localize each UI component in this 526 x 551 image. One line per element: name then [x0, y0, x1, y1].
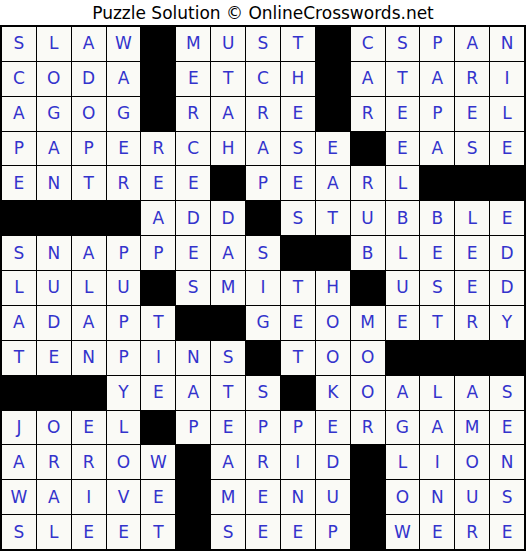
letter-cell-r15c9: E: [281, 515, 315, 549]
letter-cell-r13c3: R: [72, 445, 106, 479]
letter-cell-r10c5: I: [141, 341, 175, 375]
letter-cell-r11c5: E: [141, 376, 175, 410]
letter-cell-r13c10: D: [316, 445, 350, 479]
letter-cell-r9c5: T: [141, 306, 175, 340]
letter-cell-r5c1: E: [2, 166, 36, 200]
letter-cell-r3c1: A: [2, 97, 36, 131]
block-cell-r8c11: [351, 271, 385, 305]
letter-cell-r5c3: T: [72, 166, 106, 200]
block-cell-r15c6: [176, 515, 210, 549]
letter-cell-r3c3: O: [72, 97, 106, 131]
letter-cell-r14c5: E: [141, 480, 175, 514]
letter-cell-r8c2: U: [37, 271, 71, 305]
letter-cell-r15c13: E: [420, 515, 454, 549]
letter-cell-r9c2: D: [37, 306, 71, 340]
letter-cell-r15c2: L: [37, 515, 71, 549]
letter-cell-r4c5: R: [141, 132, 175, 166]
letter-cell-r14c7: M: [211, 480, 245, 514]
letter-cell-r8c9: T: [281, 271, 315, 305]
block-cell-r15c11: [351, 515, 385, 549]
block-cell-r10c12: [386, 341, 420, 375]
letter-cell-r13c4: O: [107, 445, 141, 479]
letter-cell-r10c7: S: [211, 341, 245, 375]
letter-cell-r11c10: K: [316, 376, 350, 410]
letter-cell-r6c12: B: [386, 201, 420, 235]
letter-cell-r5c11: R: [351, 166, 385, 200]
letter-cell-r11c14: A: [455, 376, 489, 410]
block-cell-r10c13: [420, 341, 454, 375]
letter-cell-r2c13: A: [420, 62, 454, 96]
block-cell-r4c11: [351, 132, 385, 166]
letter-cell-r12c13: A: [420, 411, 454, 445]
letter-cell-r10c6: N: [176, 341, 210, 375]
letter-cell-r5c12: L: [386, 166, 420, 200]
letter-cell-r1c8: S: [246, 27, 280, 61]
letter-cell-r8c6: S: [176, 271, 210, 305]
letter-cell-r7c13: E: [420, 236, 454, 270]
letter-cell-r1c3: A: [72, 27, 106, 61]
letter-cell-r13c5: W: [141, 445, 175, 479]
letter-cell-r13c12: L: [386, 445, 420, 479]
letter-cell-r5c6: E: [176, 166, 210, 200]
block-cell-r8c5: [141, 271, 175, 305]
letter-cell-r7c2: N: [37, 236, 71, 270]
block-cell-r1c10: [316, 27, 350, 61]
letter-cell-r13c14: O: [455, 445, 489, 479]
letter-cell-r10c11: O: [351, 341, 385, 375]
letter-cell-r13c2: R: [37, 445, 71, 479]
letter-cell-r2c14: R: [455, 62, 489, 96]
block-cell-r10c14: [455, 341, 489, 375]
letter-cell-r2c1: C: [2, 62, 36, 96]
block-cell-r9c6: [176, 306, 210, 340]
letter-cell-r2c7: T: [211, 62, 245, 96]
letter-cell-r5c9: E: [281, 166, 315, 200]
letter-cell-r15c3: E: [72, 515, 106, 549]
letter-cell-r6c6: D: [176, 201, 210, 235]
letter-cell-r7c14: E: [455, 236, 489, 270]
block-cell-r3c10: [316, 97, 350, 131]
letter-cell-r12c1: J: [2, 411, 36, 445]
letter-cell-r2c15: I: [490, 62, 524, 96]
letter-cell-r2c3: D: [72, 62, 106, 96]
letter-cell-r5c4: R: [107, 166, 141, 200]
letter-cell-r1c14: A: [455, 27, 489, 61]
letter-cell-r13c9: I: [281, 445, 315, 479]
block-cell-r11c3: [72, 376, 106, 410]
letter-cell-r5c8: P: [246, 166, 280, 200]
letter-cell-r7c6: E: [176, 236, 210, 270]
letter-cell-r9c1: A: [2, 306, 36, 340]
block-cell-r5c7: [211, 166, 245, 200]
block-cell-r2c5: [141, 62, 175, 96]
letter-cell-r12c8: P: [246, 411, 280, 445]
letter-cell-r9c14: R: [455, 306, 489, 340]
letter-cell-r9c12: E: [386, 306, 420, 340]
block-cell-r1c5: [141, 27, 175, 61]
block-cell-r7c10: [316, 236, 350, 270]
letter-cell-r4c1: P: [2, 132, 36, 166]
letter-cell-r9c8: G: [246, 306, 280, 340]
letter-cell-r8c14: E: [455, 271, 489, 305]
letter-cell-r7c7: A: [211, 236, 245, 270]
letter-cell-r12c14: M: [455, 411, 489, 445]
letter-cell-r10c2: E: [37, 341, 71, 375]
letter-cell-r12c4: L: [107, 411, 141, 445]
letter-cell-r4c10: E: [316, 132, 350, 166]
letter-cell-r1c7: U: [211, 27, 245, 61]
letter-cell-r12c2: O: [37, 411, 71, 445]
letter-cell-r15c10: P: [316, 515, 350, 549]
letter-cell-r6c5: A: [141, 201, 175, 235]
letter-cell-r9c4: P: [107, 306, 141, 340]
letter-cell-r11c11: O: [351, 376, 385, 410]
letter-cell-r14c10: U: [316, 480, 350, 514]
letter-cell-r1c11: C: [351, 27, 385, 61]
letter-cell-r2c12: T: [386, 62, 420, 96]
letter-cell-r2c8: C: [246, 62, 280, 96]
letter-cell-r8c13: S: [420, 271, 454, 305]
letter-cell-r7c15: D: [490, 236, 524, 270]
letter-cell-r6c10: T: [316, 201, 350, 235]
letter-cell-r10c9: T: [281, 341, 315, 375]
block-cell-r12c5: [141, 411, 175, 445]
block-cell-r13c11: [351, 445, 385, 479]
letter-cell-r15c8: E: [246, 515, 280, 549]
letter-cell-r11c6: A: [176, 376, 210, 410]
block-cell-r5c15: [490, 166, 524, 200]
letter-cell-r11c13: L: [420, 376, 454, 410]
letter-cell-r7c5: P: [141, 236, 175, 270]
block-cell-r2c10: [316, 62, 350, 96]
block-cell-r11c1: [2, 376, 36, 410]
letter-cell-r6c11: U: [351, 201, 385, 235]
letter-cell-r15c15: E: [490, 515, 524, 549]
block-cell-r5c13: [420, 166, 454, 200]
letter-cell-r14c8: E: [246, 480, 280, 514]
letter-cell-r7c8: S: [246, 236, 280, 270]
letter-cell-r5c10: A: [316, 166, 350, 200]
letter-cell-r9c13: T: [420, 306, 454, 340]
letter-cell-r15c4: E: [107, 515, 141, 549]
letter-cell-r2c11: A: [351, 62, 385, 96]
letter-cell-r3c14: E: [455, 97, 489, 131]
letter-cell-r10c4: P: [107, 341, 141, 375]
letter-cell-r14c2: A: [37, 480, 71, 514]
letter-cell-r12c6: P: [176, 411, 210, 445]
letter-cell-r14c14: U: [455, 480, 489, 514]
block-cell-r11c2: [37, 376, 71, 410]
letter-cell-r7c1: S: [2, 236, 36, 270]
letter-cell-r14c12: O: [386, 480, 420, 514]
block-cell-r11c9: [281, 376, 315, 410]
letter-cell-r6c9: S: [281, 201, 315, 235]
letter-cell-r4c7: H: [211, 132, 245, 166]
letter-cell-r13c8: R: [246, 445, 280, 479]
letter-cell-r13c15: N: [490, 445, 524, 479]
block-cell-r6c4: [107, 201, 141, 235]
letter-cell-r6c15: E: [490, 201, 524, 235]
letter-cell-r3c2: G: [37, 97, 71, 131]
letter-cell-r3c7: A: [211, 97, 245, 131]
letter-cell-r3c15: L: [490, 97, 524, 131]
letter-cell-r11c12: A: [386, 376, 420, 410]
letter-cell-r13c7: A: [211, 445, 245, 479]
letter-cell-r6c14: L: [455, 201, 489, 235]
letter-cell-r3c13: P: [420, 97, 454, 131]
letter-cell-r4c4: E: [107, 132, 141, 166]
letter-cell-r4c3: P: [72, 132, 106, 166]
letter-cell-r1c4: W: [107, 27, 141, 61]
letter-cell-r4c2: A: [37, 132, 71, 166]
block-cell-r14c6: [176, 480, 210, 514]
block-cell-r10c15: [490, 341, 524, 375]
letter-cell-r1c2: L: [37, 27, 71, 61]
letter-cell-r2c6: E: [176, 62, 210, 96]
letter-cell-r14c1: W: [2, 480, 36, 514]
block-cell-r3c5: [141, 97, 175, 131]
letter-cell-r7c4: P: [107, 236, 141, 270]
letter-cell-r12c10: E: [316, 411, 350, 445]
letter-cell-r15c1: S: [2, 515, 36, 549]
block-cell-r14c11: [351, 480, 385, 514]
letter-cell-r14c15: S: [490, 480, 524, 514]
letter-cell-r12c3: E: [72, 411, 106, 445]
letter-cell-r4c15: E: [490, 132, 524, 166]
letter-cell-r3c11: R: [351, 97, 385, 131]
block-cell-r6c1: [2, 201, 36, 235]
letter-cell-r7c11: B: [351, 236, 385, 270]
letter-cell-r4c9: S: [281, 132, 315, 166]
letter-cell-r3c4: G: [107, 97, 141, 131]
block-cell-r6c8: [246, 201, 280, 235]
letter-cell-r8c10: H: [316, 271, 350, 305]
letter-cell-r1c12: S: [386, 27, 420, 61]
letter-cell-r2c4: A: [107, 62, 141, 96]
letter-cell-r6c13: B: [420, 201, 454, 235]
letter-cell-r11c15: S: [490, 376, 524, 410]
letter-cell-r9c10: O: [316, 306, 350, 340]
title-bar: Puzzle Solution © OnlineCrosswords.net: [0, 0, 526, 25]
crossword-grid: SLAWMUSTCSPANCODAETCHATARIAGOGRAREREPELP…: [0, 25, 526, 551]
letter-cell-r9c15: Y: [490, 306, 524, 340]
letter-cell-r4c14: S: [455, 132, 489, 166]
letter-cell-r1c15: N: [490, 27, 524, 61]
block-cell-r9c7: [211, 306, 245, 340]
letter-cell-r4c6: C: [176, 132, 210, 166]
block-cell-r5c14: [455, 166, 489, 200]
letter-cell-r13c13: I: [420, 445, 454, 479]
letter-cell-r12c12: G: [386, 411, 420, 445]
letter-cell-r15c7: S: [211, 515, 245, 549]
letter-cell-r4c12: E: [386, 132, 420, 166]
letter-cell-r2c9: H: [281, 62, 315, 96]
letter-cell-r12c11: R: [351, 411, 385, 445]
letter-cell-r14c4: V: [107, 480, 141, 514]
letter-cell-r2c2: O: [37, 62, 71, 96]
letter-cell-r3c12: E: [386, 97, 420, 131]
letter-cell-r9c9: E: [281, 306, 315, 340]
letter-cell-r8c15: D: [490, 271, 524, 305]
letter-cell-r10c10: O: [316, 341, 350, 375]
letter-cell-r8c1: L: [2, 271, 36, 305]
puzzle-solution-page: Puzzle Solution © OnlineCrosswords.net S…: [0, 0, 526, 551]
letter-cell-r12c7: E: [211, 411, 245, 445]
letter-cell-r1c1: S: [2, 27, 36, 61]
letter-cell-r6c7: D: [211, 201, 245, 235]
block-cell-r10c8: [246, 341, 280, 375]
letter-cell-r4c13: A: [420, 132, 454, 166]
letter-cell-r14c13: N: [420, 480, 454, 514]
letter-cell-r1c13: P: [420, 27, 454, 61]
letter-cell-r4c8: A: [246, 132, 280, 166]
letter-cell-r13c1: A: [2, 445, 36, 479]
letter-cell-r8c7: M: [211, 271, 245, 305]
letter-cell-r8c12: U: [386, 271, 420, 305]
block-cell-r13c6: [176, 445, 210, 479]
letter-cell-r14c3: I: [72, 480, 106, 514]
block-cell-r6c2: [37, 201, 71, 235]
letter-cell-r7c12: L: [386, 236, 420, 270]
letter-cell-r11c4: Y: [107, 376, 141, 410]
letter-cell-r12c15: E: [490, 411, 524, 445]
letter-cell-r5c5: E: [141, 166, 175, 200]
letter-cell-r3c8: R: [246, 97, 280, 131]
letter-cell-r9c11: M: [351, 306, 385, 340]
letter-cell-r8c4: U: [107, 271, 141, 305]
letter-cell-r11c7: T: [211, 376, 245, 410]
letter-cell-r11c8: S: [246, 376, 280, 410]
letter-cell-r12c9: P: [281, 411, 315, 445]
letter-cell-r14c9: N: [281, 480, 315, 514]
letter-cell-r3c9: E: [281, 97, 315, 131]
letter-cell-r8c3: L: [72, 271, 106, 305]
letter-cell-r15c12: W: [386, 515, 420, 549]
letter-cell-r9c3: A: [72, 306, 106, 340]
letter-cell-r15c5: T: [141, 515, 175, 549]
letter-cell-r1c9: T: [281, 27, 315, 61]
letter-cell-r5c2: N: [37, 166, 71, 200]
letter-cell-r8c8: I: [246, 271, 280, 305]
page-title: Puzzle Solution © OnlineCrosswords.net: [92, 3, 434, 23]
letter-cell-r7c3: A: [72, 236, 106, 270]
letter-cell-r15c14: R: [455, 515, 489, 549]
block-cell-r6c3: [72, 201, 106, 235]
letter-cell-r1c6: M: [176, 27, 210, 61]
letter-cell-r10c1: T: [2, 341, 36, 375]
block-cell-r7c9: [281, 236, 315, 270]
letter-cell-r10c3: N: [72, 341, 106, 375]
letter-cell-r3c6: R: [176, 97, 210, 131]
